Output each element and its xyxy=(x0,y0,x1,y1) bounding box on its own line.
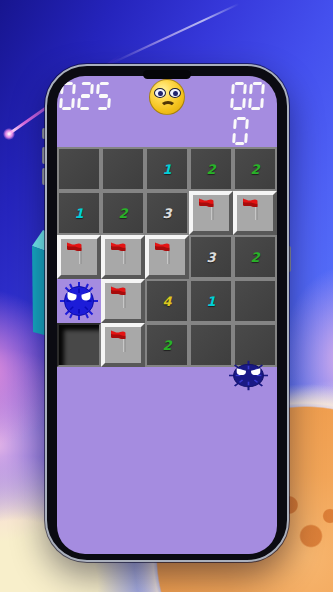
cell-r5c4[interactable] xyxy=(189,323,233,367)
flag-icon xyxy=(107,284,139,316)
face-left-eye xyxy=(154,88,166,98)
mine-count-label: 2 xyxy=(118,207,127,220)
mine-count-label: 2 xyxy=(250,251,259,264)
mine-count-label: 1 xyxy=(162,163,171,176)
cell-r3c1[interactable] xyxy=(57,235,101,279)
light-streak xyxy=(112,3,240,64)
flag-tile xyxy=(57,235,101,279)
cell-r2c3[interactable]: 3 xyxy=(145,191,189,235)
mine-icon xyxy=(59,280,99,322)
cell-r1c2[interactable] xyxy=(101,147,145,191)
flag-icon xyxy=(107,328,139,360)
flag-icon xyxy=(63,240,95,272)
mine-count-label: 1 xyxy=(74,207,83,220)
flag-icon xyxy=(239,196,271,228)
flag-icon xyxy=(151,240,183,272)
cell-r5c1[interactable] xyxy=(57,323,101,367)
cell-r3c2[interactable] xyxy=(101,235,145,279)
sad-face-icon[interactable] xyxy=(149,79,185,115)
timer-main xyxy=(231,82,264,110)
mine-count-label: 2 xyxy=(206,163,215,176)
flag-tile xyxy=(101,279,145,323)
flag-tile xyxy=(101,323,145,367)
cell-r3c5[interactable]: 2 xyxy=(233,235,277,279)
mine-count-label: 2 xyxy=(250,163,259,176)
flag-icon xyxy=(195,196,227,228)
cell-r4c2[interactable] xyxy=(101,279,145,323)
cell-r1c3[interactable]: 1 xyxy=(145,147,189,191)
mine-count-label: 2 xyxy=(162,339,171,352)
cell-r4c5[interactable] xyxy=(233,279,277,323)
mine-count-label: 4 xyxy=(162,295,171,308)
cell-r5c3[interactable]: 2 xyxy=(145,323,189,367)
minesweeper-board: 122123 32 xyxy=(57,147,277,367)
cell-r3c3[interactable] xyxy=(145,235,189,279)
flag-icon xyxy=(107,240,139,272)
mine-counter xyxy=(60,82,111,110)
flag-tile xyxy=(145,235,189,279)
cell-r4c3[interactable]: 4 xyxy=(145,279,189,323)
cell-r4c1[interactable] xyxy=(57,279,101,323)
falling-mine-icon xyxy=(228,360,269,391)
cell-r4c4[interactable]: 1 xyxy=(189,279,233,323)
cell-r1c1[interactable] xyxy=(57,147,101,191)
cell-r5c2[interactable] xyxy=(101,323,145,367)
comet-head xyxy=(3,128,15,140)
cell-r3c4[interactable]: 3 xyxy=(189,235,233,279)
phone-notch xyxy=(143,70,191,79)
cell-r1c5[interactable]: 2 xyxy=(233,147,277,191)
cell-r2c2[interactable]: 2 xyxy=(101,191,145,235)
mine-count-label: 3 xyxy=(206,251,215,264)
flag-tile xyxy=(101,235,145,279)
face-frown xyxy=(160,101,176,113)
game-screen: 122123 32 xyxy=(57,76,277,554)
flag-tile xyxy=(189,191,233,235)
wallpaper-background: 122123 32 xyxy=(0,0,333,592)
mine-icon xyxy=(228,360,269,391)
cell-r2c5[interactable] xyxy=(233,191,277,235)
mine-count-label: 3 xyxy=(162,207,171,220)
mine-count-label: 1 xyxy=(206,295,215,308)
cell-r2c4[interactable] xyxy=(189,191,233,235)
face-right-eye xyxy=(169,88,181,98)
cell-r2c1[interactable]: 1 xyxy=(57,191,101,235)
cell-r1c4[interactable]: 2 xyxy=(189,147,233,191)
timer-counter xyxy=(231,82,264,145)
timer-secondary xyxy=(233,117,264,145)
flag-tile xyxy=(233,191,277,235)
